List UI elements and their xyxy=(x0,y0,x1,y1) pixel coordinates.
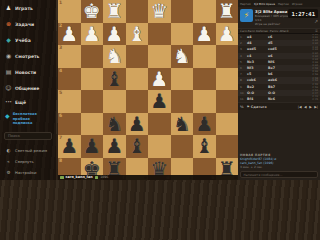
sidebar-item-новости[interactable]: ▤Новости xyxy=(0,64,56,80)
white-pawn: ♟ xyxy=(150,68,168,88)
white-pawn: ♟ xyxy=(105,23,123,43)
move-number: 7. xyxy=(240,72,247,76)
white-rook: ♜ xyxy=(105,1,123,21)
white-move[interactable]: O-O xyxy=(247,91,268,95)
resign-button[interactable]: ⚑ Сдаться xyxy=(247,105,267,109)
square-a3[interactable] xyxy=(216,45,239,68)
player-name: caro_kann_fan xyxy=(66,175,93,179)
square-h6[interactable]: 6 xyxy=(58,113,81,136)
chat-panel: НОВАЯ ПАРТИЯ KnightRider87 (1084) и caro… xyxy=(238,110,320,180)
sidebar-footer: ◐Светлый режим«Свернуть⚙Настройки xyxy=(0,145,56,180)
watch-icon: ◉ xyxy=(5,53,12,59)
footer-collapse[interactable]: «Свернуть xyxy=(0,156,56,167)
square-c6[interactable]: ♞ xyxy=(171,113,194,136)
square-b1[interactable] xyxy=(193,0,216,23)
square-d3[interactable] xyxy=(148,45,171,68)
square-a2[interactable]: ♟ xyxy=(216,23,239,46)
black-knight: ♞ xyxy=(173,113,191,133)
white-queen: ♛ xyxy=(150,1,168,21)
black-pawn: ♟ xyxy=(150,91,168,111)
tournament-clock: 1:27:41 xyxy=(288,9,318,18)
black-bishop: ♝ xyxy=(195,136,213,156)
opening-name: Caro-Kann Defense: Panov Attack xyxy=(240,29,315,33)
right-panel: Партия3|2 Blitz АренаПартииИгроки ⚡ 3|2 … xyxy=(238,0,320,180)
black-pawn: ♟ xyxy=(105,136,123,156)
chat-time-control: 3 мин. + 2 сек. xyxy=(240,165,318,169)
square-h2[interactable]: ♟2 xyxy=(58,23,81,46)
black-move[interactable]: c6 xyxy=(268,35,289,39)
square-f2[interactable]: ♟ xyxy=(103,23,126,46)
move-number: 10. xyxy=(240,91,247,95)
white-move[interactable]: c5 xyxy=(247,72,268,76)
panel-tabs: Партия3|2 Blitz АренаПартииИгроки xyxy=(238,0,320,7)
tournament-box: ⚡ 3|2 Blitz Арена Блицевая • 685 игроков… xyxy=(238,7,320,28)
white-move[interactable]: d4 xyxy=(247,41,268,45)
target-icon: ⊕ xyxy=(5,21,12,27)
move-number: 8. xyxy=(240,78,247,82)
square-g1[interactable]: ♚ xyxy=(81,0,104,23)
black-move[interactable]: Bb7 xyxy=(268,85,289,89)
white-move[interactable]: exd5 xyxy=(247,47,268,51)
square-f1[interactable]: ♜ xyxy=(103,0,126,23)
move-number: 11. xyxy=(240,97,247,101)
news-icon: ▤ xyxy=(5,69,12,75)
square-h7[interactable]: ♟7 xyxy=(58,135,81,158)
tab-2[interactable]: 3|2 Blitz Арена xyxy=(254,2,275,6)
black-bishop: ♝ xyxy=(128,136,146,156)
square-d2[interactable] xyxy=(148,23,171,46)
square-e3[interactable] xyxy=(126,45,149,68)
square-b5[interactable] xyxy=(193,90,216,113)
black-move[interactable]: O-O xyxy=(268,91,289,95)
rank-label: 7 xyxy=(59,135,62,140)
square-b6[interactable]: ♟ xyxy=(193,113,216,136)
rank-label: 4 xyxy=(59,68,62,73)
square-a6[interactable] xyxy=(216,113,239,136)
rank-label: 3 xyxy=(59,45,62,50)
square-c1[interactable] xyxy=(171,0,194,23)
black-move[interactable]: Nf6 xyxy=(268,60,289,64)
sidebar-item-смотреть[interactable]: ◉Смотреть xyxy=(0,48,56,64)
move-number: 4. xyxy=(240,54,247,58)
square-g4[interactable] xyxy=(81,68,104,91)
square-a5[interactable] xyxy=(216,90,239,113)
square-a7[interactable] xyxy=(216,135,239,158)
move-clocks: 2:492:45 xyxy=(289,96,320,102)
white-move[interactable]: e4 xyxy=(247,35,268,39)
black-move[interactable]: cxd5 xyxy=(268,47,289,51)
square-d4[interactable]: ♟ xyxy=(148,68,171,91)
white-knight: ♞ xyxy=(173,46,191,66)
square-d1[interactable]: ♛ xyxy=(148,0,171,23)
white-pawn: ♟ xyxy=(83,23,101,43)
white-move[interactable]: c4 xyxy=(247,54,268,58)
go-start-button[interactable]: |◀ xyxy=(298,105,302,109)
square-h3[interactable]: 3 xyxy=(58,45,81,68)
square-e5[interactable] xyxy=(126,90,149,113)
black-bishop: ♝ xyxy=(105,68,123,88)
square-d6[interactable] xyxy=(148,113,171,136)
square-a1[interactable]: ♜ xyxy=(216,0,239,23)
black-move[interactable]: Nc6 xyxy=(268,97,289,101)
black-move[interactable]: e6 xyxy=(268,54,289,58)
sidebar-item-общение[interactable]: ☺Общение xyxy=(0,80,56,96)
square-c3[interactable]: ♞ xyxy=(171,45,194,68)
forward-button[interactable]: ▶ xyxy=(309,105,312,109)
square-g6[interactable] xyxy=(81,113,104,136)
rank-label: 8 xyxy=(59,158,62,163)
footer-settings[interactable]: ⚙Настройки xyxy=(0,167,56,178)
white-rook: ♜ xyxy=(218,1,236,21)
black-pawn: ♟ xyxy=(60,136,78,156)
white-pawn: ♟ xyxy=(195,23,213,43)
square-a4[interactable] xyxy=(216,68,239,91)
chat-placeholder: Напишите сообщение... xyxy=(244,173,283,177)
square-h4[interactable]: 4 xyxy=(58,68,81,91)
white-pawn: ♟ xyxy=(218,23,236,43)
square-c5[interactable] xyxy=(171,90,194,113)
move-navigation: |◀◀▶▶| xyxy=(298,105,318,109)
square-g7[interactable]: ♟ xyxy=(81,135,104,158)
black-move[interactable]: b6 xyxy=(268,72,289,76)
square-f3[interactable]: ♞ xyxy=(103,45,126,68)
rank-label: 2 xyxy=(59,23,62,28)
black-move[interactable]: axb6 xyxy=(268,78,289,82)
square-e4[interactable] xyxy=(126,68,149,91)
bottom-player-bar[interactable]: caro_kann_fan 1096 xyxy=(58,175,238,181)
avatar xyxy=(60,176,64,180)
share-icon[interactable]: ↗ xyxy=(314,19,318,24)
tab-3[interactable]: Партии xyxy=(278,2,289,6)
black-pawn: ♟ xyxy=(83,136,101,156)
square-d5[interactable]: ♟ xyxy=(148,90,171,113)
black-pawn: ♟ xyxy=(195,113,213,133)
ellipsis-icon: ••• xyxy=(5,99,12,105)
opening-book-icon: ≣ xyxy=(315,29,318,33)
sidebar-item-задачи[interactable]: ⊕Задачи xyxy=(0,16,56,32)
game-controls: ½ ⚑ Сдаться |◀◀▶▶| xyxy=(238,102,320,110)
square-f4[interactable]: ♝ xyxy=(103,68,126,91)
square-e7[interactable]: ♝ xyxy=(126,135,149,158)
move-list: 1.e4c63:013:012.d4d53:023:023.exd5cxd53:… xyxy=(238,34,320,102)
flair-icon xyxy=(95,176,99,180)
square-c2[interactable] xyxy=(171,23,194,46)
move-number: 1. xyxy=(240,35,247,39)
tab-1[interactable]: Партия xyxy=(240,2,251,6)
square-e1[interactable] xyxy=(126,0,149,23)
white-move[interactable]: Nf3 xyxy=(247,66,268,70)
square-g5[interactable] xyxy=(81,90,104,113)
square-f5[interactable] xyxy=(103,90,126,113)
white-move[interactable]: Bf4 xyxy=(247,97,268,101)
move-number: 5. xyxy=(240,60,247,64)
sidebar-item-more[interactable]: •••Ещё xyxy=(0,96,56,108)
square-c7[interactable] xyxy=(171,135,194,158)
learn-icon: ◆ xyxy=(5,37,12,43)
white-move[interactable]: Be2 xyxy=(247,85,268,89)
free-trial-label: Бесплатная пробная подписка xyxy=(13,112,49,126)
pawn-icon: ♟ xyxy=(5,5,12,11)
draw-button[interactable]: ½ xyxy=(240,105,244,109)
square-f6[interactable]: ♞ xyxy=(103,113,126,136)
square-d7[interactable] xyxy=(148,135,171,158)
move-number: 6. xyxy=(240,66,247,70)
black-pawn: ♟ xyxy=(128,113,146,133)
theme-icon: ◐ xyxy=(5,148,12,154)
white-move[interactable]: Nc3 xyxy=(247,60,268,64)
rank-label: 6 xyxy=(59,113,62,118)
white-knight: ♞ xyxy=(105,46,123,66)
sidebar-menu: ♟Играть⊕Задачи◆Учёба◉Смотреть▤Новости☺Об… xyxy=(0,0,56,108)
white-king: ♚ xyxy=(83,1,101,21)
chat-input[interactable]: Напишите сообщение... xyxy=(240,171,318,178)
square-g2[interactable]: ♟ xyxy=(81,23,104,46)
square-h1[interactable]: 1 xyxy=(58,0,81,23)
free-trial-banner[interactable]: ◆ Бесплатная пробная подписка xyxy=(0,108,56,129)
search-placeholder: Поиск xyxy=(8,133,20,138)
square-g3[interactable] xyxy=(81,45,104,68)
black-move[interactable]: d5 xyxy=(268,41,289,45)
black-move[interactable]: Be7 xyxy=(268,66,289,70)
search-input[interactable]: Поиск xyxy=(4,132,52,140)
square-e6[interactable]: ♟ xyxy=(126,113,149,136)
square-b2[interactable]: ♟ xyxy=(193,23,216,46)
move-number: 3. xyxy=(240,47,247,51)
sidebar-item-играть[interactable]: ♟Играть xyxy=(0,0,56,16)
chat-new-game-message: НОВАЯ ПАРТИЯ KnightRider87 (1084) и caro… xyxy=(240,153,318,171)
footer-theme[interactable]: ◐Светлый режим xyxy=(0,145,56,156)
sidebar-item-учёба[interactable]: ◆Учёба xyxy=(0,32,56,48)
blitz-lightning-icon: ⚡ xyxy=(240,9,253,22)
tournament-note: Игра на рейтинг xyxy=(255,22,286,26)
flag-icon: ⚑ xyxy=(247,105,250,109)
square-e2[interactable]: ♝ xyxy=(126,23,149,46)
community-icon: ☺ xyxy=(5,85,12,91)
square-f7[interactable]: ♟ xyxy=(103,135,126,158)
white-move[interactable]: cxb6 xyxy=(247,78,268,82)
move-number: 9. xyxy=(240,85,247,89)
white-bishop: ♝ xyxy=(128,23,146,43)
square-b7[interactable]: ♝ xyxy=(193,135,216,158)
diamond-icon: ◆ xyxy=(5,112,10,126)
rank-label: 1 xyxy=(59,0,62,5)
white-pawn: ♟ xyxy=(60,23,78,43)
go-end-button[interactable]: ▶| xyxy=(314,105,318,109)
chess-board: 1♚♜♛♜♟2♟♟♝♟♟3♞♞4♝♟5♟6♞♟♞♟♟7♟♟♝♝8h♚g♜fe♛d… xyxy=(58,0,238,180)
collapse-icon: « xyxy=(5,159,12,165)
tab-4[interactable]: Игроки xyxy=(292,2,303,6)
square-h5[interactable]: 5 xyxy=(58,90,81,113)
square-c4[interactable] xyxy=(171,68,194,91)
settings-icon: ⚙ xyxy=(5,170,12,176)
back-button[interactable]: ◀ xyxy=(304,105,307,109)
move-number: 2. xyxy=(240,41,247,45)
square-b4[interactable] xyxy=(193,68,216,91)
sidebar: ♟Играть⊕Задачи◆Учёба◉Смотреть▤Новости☺Об… xyxy=(0,0,56,180)
rank-label: 5 xyxy=(59,90,62,95)
black-knight: ♞ xyxy=(105,113,123,133)
player-rating: 1096 xyxy=(100,175,108,179)
square-b3[interactable] xyxy=(193,45,216,68)
